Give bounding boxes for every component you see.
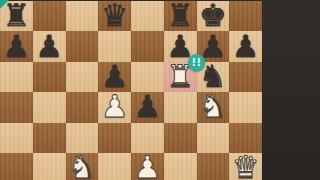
chess-board[interactable]: ♜♛♜♚♟♟♟♟♟♟♜♞♟♟♞♞♟♛	[0, 1, 262, 180]
piece-white-knight-c3[interactable]: ♞	[68, 152, 96, 180]
piece-black-king-g8[interactable]: ♚	[199, 0, 227, 30]
square-f5[interactable]	[164, 92, 197, 122]
piece-black-queen-d8[interactable]: ♛	[101, 0, 129, 30]
square-b5[interactable]	[33, 92, 66, 122]
piece-white-knight-g5[interactable]: ♞	[199, 91, 227, 121]
square-d8[interactable]: ♛	[98, 1, 131, 31]
square-b7[interactable]: ♟	[33, 31, 66, 61]
square-b3[interactable]	[33, 153, 66, 180]
square-a6[interactable]	[0, 62, 33, 92]
square-f3[interactable]	[164, 153, 197, 180]
piece-black-pawn-a7[interactable]: ♟	[2, 31, 30, 61]
square-c8[interactable]	[66, 1, 99, 31]
square-h5[interactable]	[229, 92, 262, 122]
piece-black-pawn-g7[interactable]: ♟	[199, 31, 227, 61]
piece-black-pawn-d6[interactable]: ♟	[101, 61, 129, 91]
chess-app-frame: ♜♛♜♚♟♟♟♟♟♟♜♞♟♟♞♞♟♛ !!	[0, 0, 320, 180]
piece-white-pawn-d5[interactable]: ♟	[101, 91, 129, 121]
square-c3[interactable]: ♞	[66, 153, 99, 180]
square-e3[interactable]: ♟	[131, 153, 164, 180]
square-c7[interactable]	[66, 31, 99, 61]
piece-black-pawn-b7[interactable]: ♟	[35, 31, 63, 61]
square-h3[interactable]: ♛	[229, 153, 262, 180]
square-a7[interactable]: ♟	[0, 31, 33, 61]
piece-white-pawn-e3[interactable]: ♟	[133, 152, 161, 180]
corner-accent-wedge	[0, 0, 9, 9]
square-g3[interactable]	[197, 153, 230, 180]
square-c6[interactable]	[66, 62, 99, 92]
square-b6[interactable]	[33, 62, 66, 92]
brilliant-move-label: !!	[191, 57, 201, 68]
piece-black-rook-f8[interactable]: ♜	[166, 0, 194, 30]
square-d3[interactable]	[98, 153, 131, 180]
right-dark-panel	[262, 0, 320, 180]
brilliant-move-badge: !!	[188, 54, 205, 71]
piece-white-queen-h3[interactable]: ♛	[232, 152, 260, 180]
square-f4[interactable]	[164, 123, 197, 153]
square-h6[interactable]	[229, 62, 262, 92]
square-a3[interactable]	[0, 153, 33, 180]
piece-black-pawn-h7[interactable]: ♟	[232, 31, 260, 61]
square-a4[interactable]	[0, 123, 33, 153]
square-g5[interactable]: ♞	[197, 92, 230, 122]
square-d5[interactable]: ♟	[98, 92, 131, 122]
square-b4[interactable]	[33, 123, 66, 153]
square-e7[interactable]	[131, 31, 164, 61]
square-a5[interactable]	[0, 92, 33, 122]
square-h7[interactable]: ♟	[229, 31, 262, 61]
square-e5[interactable]: ♟	[131, 92, 164, 122]
square-c5[interactable]	[66, 92, 99, 122]
square-e8[interactable]	[131, 1, 164, 31]
square-d4[interactable]	[98, 123, 131, 153]
square-g4[interactable]	[197, 123, 230, 153]
piece-black-pawn-e5[interactable]: ♟	[133, 91, 161, 121]
